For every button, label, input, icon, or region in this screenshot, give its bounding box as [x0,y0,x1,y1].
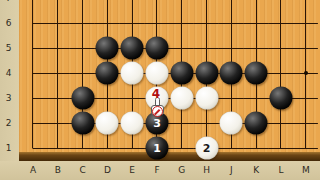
go-board-screenshot: 312 4 7654321 ABCDEFGHJKLM [0,0,320,180]
white-stone-F4 [145,62,168,85]
intersection-H7[interactable] [194,0,219,11]
move-number-1: 1 [153,143,161,154]
intersection-A3[interactable] [21,86,46,111]
intersection-G2[interactable] [169,111,194,136]
white-stone-D2 [96,112,119,135]
col-label-L: L [274,163,288,177]
row-coordinates: 7654321 [0,0,19,161]
intersection-J1[interactable] [219,136,244,161]
intersection-F6[interactable] [145,11,170,36]
not-allowed-icon [152,106,163,117]
intersection-J7[interactable] [219,0,244,11]
intersection-C6[interactable] [70,11,95,36]
intersection-E7[interactable] [120,0,145,11]
black-stone-D5 [96,37,119,60]
black-stone-C2 [71,112,94,135]
intersection-D1[interactable] [95,136,120,161]
column-coordinates: ABCDEFGHJKLM [0,161,320,180]
intersection-F5[interactable] [145,36,170,61]
black-stone-F5 [145,37,168,60]
intersection-C2[interactable] [70,111,95,136]
intersection-A7[interactable] [21,0,46,11]
intersection-G3[interactable] [169,86,194,111]
intersection-K2[interactable] [244,111,269,136]
intersection-K1[interactable] [244,136,269,161]
intersection-D7[interactable] [95,0,120,11]
intersection-E5[interactable] [120,36,145,61]
go-board[interactable]: 312 4 [19,0,320,152]
intersection-J2[interactable] [219,111,244,136]
black-stone-L3 [269,87,292,110]
row-label-6: 6 [0,16,17,30]
intersection-K3[interactable] [244,86,269,111]
intersection-J3[interactable] [219,86,244,111]
intersection-M1[interactable] [293,136,318,161]
intersection-D3[interactable] [95,86,120,111]
intersection-K6[interactable] [244,11,269,36]
intersection-C7[interactable] [70,0,95,11]
intersection-G4[interactable] [169,61,194,86]
intersection-H3[interactable] [194,86,219,111]
black-stone-J4 [220,62,243,85]
intersection-L3[interactable] [269,86,294,111]
col-label-C: C [76,163,90,177]
white-stone-J2 [220,112,243,135]
intersection-E2[interactable] [120,111,145,136]
white-stone-E4 [121,62,144,85]
intersection-A1[interactable] [21,136,46,161]
black-stone-C3 [71,87,94,110]
intersection-D6[interactable] [95,11,120,36]
black-stone-E5 [121,37,144,60]
row-label-3: 3 [0,91,17,105]
col-label-M: M [299,163,313,177]
intersection-M7[interactable] [293,0,318,11]
black-stone-K2 [245,112,268,135]
intersection-G7[interactable] [169,0,194,11]
board-grid: 312 [21,0,319,161]
intersection-G1[interactable] [169,136,194,161]
col-label-E: E [125,163,139,177]
intersection-H4[interactable] [194,61,219,86]
intersection-L5[interactable] [269,36,294,61]
col-label-J: J [224,163,238,177]
move-number-2: 2 [203,143,211,154]
intersection-J5[interactable] [219,36,244,61]
intersection-M5[interactable] [293,36,318,61]
intersection-H2[interactable] [194,111,219,136]
black-stone-G4 [170,62,193,85]
intersection-L6[interactable] [269,11,294,36]
black-stone-D4 [96,62,119,85]
intersection-B2[interactable] [45,111,70,136]
intersection-C5[interactable] [70,36,95,61]
col-label-A: A [26,163,40,177]
intersection-L7[interactable] [269,0,294,11]
intersection-F4[interactable] [145,61,170,86]
row-label-1: 1 [0,141,17,155]
intersection-B6[interactable] [45,11,70,36]
intersection-E3[interactable] [120,86,145,111]
intersection-G6[interactable] [169,11,194,36]
intersection-C4[interactable] [70,61,95,86]
intersection-B7[interactable] [45,0,70,11]
intersection-A4[interactable] [21,61,46,86]
intersection-L2[interactable] [269,111,294,136]
row-label-4: 4 [0,66,17,80]
intersection-D2[interactable] [95,111,120,136]
col-label-G: G [175,163,189,177]
col-label-D: D [100,163,114,177]
intersection-G5[interactable] [169,36,194,61]
intersection-H6[interactable] [194,11,219,36]
star-point-M4 [304,71,308,75]
intersection-B1[interactable] [45,136,70,161]
row-label-7: 7 [0,0,17,5]
intersection-B4[interactable] [45,61,70,86]
intersection-L1[interactable] [269,136,294,161]
white-stone-E2 [121,112,144,135]
intersection-A6[interactable] [21,11,46,36]
col-label-F: F [150,163,164,177]
intersection-J6[interactable] [219,11,244,36]
intersection-M2[interactable] [293,111,318,136]
col-label-H: H [200,163,214,177]
intersection-E1[interactable] [120,136,145,161]
white-stone-H3 [195,87,218,110]
intersection-M4[interactable] [293,61,318,86]
intersection-J4[interactable] [219,61,244,86]
col-label-B: B [51,163,65,177]
black-stone-K4 [245,62,268,85]
intersection-M3[interactable] [293,86,318,111]
intersection-D5[interactable] [95,36,120,61]
row-label-2: 2 [0,116,17,130]
row-label-5: 5 [0,41,17,55]
intersection-F1[interactable]: 1 [145,136,170,161]
intersection-F7[interactable] [145,0,170,11]
intersection-C3[interactable] [70,86,95,111]
intersection-B5[interactable] [45,36,70,61]
black-stone-F1: 1 [145,137,168,160]
intersection-E4[interactable] [120,61,145,86]
intersection-A2[interactable] [21,111,46,136]
intersection-D4[interactable] [95,61,120,86]
intersection-L4[interactable] [269,61,294,86]
intersection-K4[interactable] [244,61,269,86]
intersection-B3[interactable] [45,86,70,111]
intersection-K5[interactable] [244,36,269,61]
intersection-M6[interactable] [293,11,318,36]
intersection-C1[interactable] [70,136,95,161]
white-stone-G3 [170,87,193,110]
intersection-K7[interactable] [244,0,269,11]
move-4-label: 4 [148,87,164,101]
col-label-K: K [249,163,263,177]
intersection-H5[interactable] [194,36,219,61]
intersection-E6[interactable] [120,11,145,36]
intersection-A5[interactable] [21,36,46,61]
white-stone-H1: 2 [195,137,218,160]
intersection-H1[interactable]: 2 [194,136,219,161]
black-stone-H4 [195,62,218,85]
